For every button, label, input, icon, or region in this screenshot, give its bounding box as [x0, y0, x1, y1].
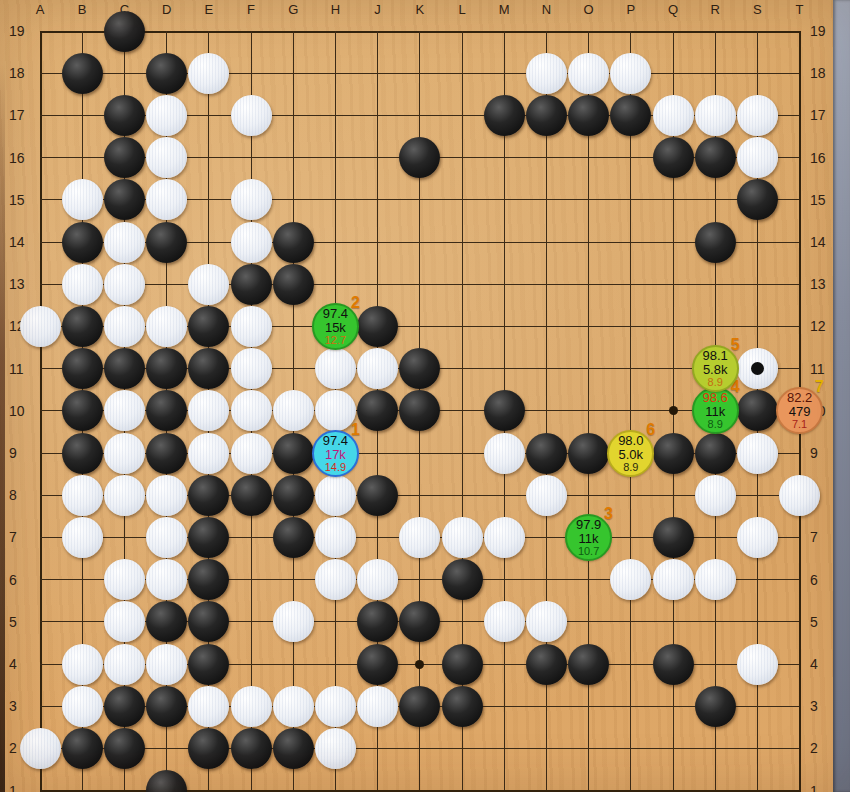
stone-black-E4[interactable] [188, 644, 229, 685]
stone-white-H2[interactable] [315, 728, 356, 769]
column-label-B: B [71, 2, 93, 17]
stone-black-Q16[interactable] [653, 137, 694, 178]
column-label-A: A [29, 2, 51, 17]
visits-value: 17k [325, 448, 346, 461]
stone-white-C13[interactable] [104, 264, 145, 305]
stone-white-J3[interactable] [357, 686, 398, 727]
stone-black-O9[interactable] [568, 433, 609, 474]
stone-black-B10[interactable] [62, 390, 103, 431]
stone-white-B13[interactable] [62, 264, 103, 305]
last-move-marker [751, 362, 764, 375]
visits-value: 5.0k [619, 448, 644, 461]
stone-white-G5[interactable] [273, 601, 314, 642]
stone-black-K11[interactable] [399, 348, 440, 389]
stone-black-B9[interactable] [62, 433, 103, 474]
stone-black-E12[interactable] [188, 306, 229, 347]
winrate-value: 98.0 [618, 434, 643, 447]
stone-white-H6[interactable] [315, 559, 356, 600]
grid-vline [630, 31, 631, 792]
column-label-G: G [282, 2, 304, 17]
stone-black-D10[interactable] [146, 390, 187, 431]
stone-white-B7[interactable] [62, 517, 103, 558]
stone-black-C19[interactable] [104, 11, 145, 52]
stone-white-D16[interactable] [146, 137, 187, 178]
stone-white-D8[interactable] [146, 475, 187, 516]
star-point-Q10 [669, 406, 678, 415]
stone-black-B14[interactable] [62, 222, 103, 263]
stone-black-F2[interactable] [231, 728, 272, 769]
visits-value: 5.8k [703, 363, 728, 376]
stone-white-H7[interactable] [315, 517, 356, 558]
stone-white-D4[interactable] [146, 644, 187, 685]
stone-black-F8[interactable] [231, 475, 272, 516]
stone-white-F3[interactable] [231, 686, 272, 727]
stone-white-F17[interactable] [231, 95, 272, 136]
stone-white-C4[interactable] [104, 644, 145, 685]
analysis-rank-6: 6 [646, 421, 655, 439]
stone-white-A2[interactable] [20, 728, 61, 769]
stone-black-G8[interactable] [273, 475, 314, 516]
row-label-left-13: 13 [9, 276, 37, 292]
analysis-rank-1: 1 [351, 421, 360, 439]
stone-white-J6[interactable] [357, 559, 398, 600]
column-label-N: N [535, 2, 557, 17]
column-label-K: K [409, 2, 431, 17]
stone-black-Q9[interactable] [653, 433, 694, 474]
stone-black-D1[interactable] [146, 770, 187, 792]
stone-white-N5[interactable] [526, 601, 567, 642]
stone-black-K5[interactable] [399, 601, 440, 642]
column-label-O: O [578, 2, 600, 17]
stone-white-H8[interactable] [315, 475, 356, 516]
stone-black-C3[interactable] [104, 686, 145, 727]
row-label-left-1: 1 [9, 783, 37, 792]
winrate-value: 82.2 [787, 391, 812, 404]
stone-black-R3[interactable] [695, 686, 736, 727]
row-label-left-3: 3 [9, 698, 37, 714]
stone-white-G10[interactable] [273, 390, 314, 431]
stone-white-D12[interactable] [146, 306, 187, 347]
column-label-Q: Q [662, 2, 684, 17]
stone-white-C9[interactable] [104, 433, 145, 474]
stone-white-L7[interactable] [442, 517, 483, 558]
stone-black-C2[interactable] [104, 728, 145, 769]
stone-white-F10[interactable] [231, 390, 272, 431]
winrate-value: 97.4 [323, 434, 348, 447]
stone-white-R17[interactable] [695, 95, 736, 136]
row-label-left-10: 10 [9, 403, 37, 419]
stone-white-A12[interactable] [20, 306, 61, 347]
column-label-S: S [746, 2, 768, 17]
analysis-rank-2: 2 [351, 294, 360, 312]
stone-white-Q6[interactable] [653, 559, 694, 600]
score-value: 10.7 [578, 546, 599, 557]
column-label-D: D [156, 2, 178, 17]
photo-left-edge [0, 0, 5, 792]
stone-white-D17[interactable] [146, 95, 187, 136]
stone-black-C16[interactable] [104, 137, 145, 178]
row-label-left-4: 4 [9, 656, 37, 672]
stone-black-L4[interactable] [442, 644, 483, 685]
stone-black-M10[interactable] [484, 390, 525, 431]
stone-white-H10[interactable] [315, 390, 356, 431]
grid-hline [40, 31, 801, 33]
stone-black-D9[interactable] [146, 433, 187, 474]
stone-white-Q17[interactable] [653, 95, 694, 136]
row-label-left-6: 6 [9, 572, 37, 588]
stone-black-G2[interactable] [273, 728, 314, 769]
stone-white-M7[interactable] [484, 517, 525, 558]
stone-white-H3[interactable] [315, 686, 356, 727]
winrate-value: 97.4 [323, 307, 348, 320]
grid-hline [40, 748, 801, 749]
stone-white-D6[interactable] [146, 559, 187, 600]
winrate-value: 97.9 [576, 518, 601, 531]
stone-white-F9[interactable] [231, 433, 272, 474]
visits-value: 15k [325, 321, 346, 334]
stone-black-J4[interactable] [357, 644, 398, 685]
stone-white-T8[interactable] [779, 475, 820, 516]
stone-white-O18[interactable] [568, 53, 609, 94]
column-label-H: H [324, 2, 346, 17]
stone-white-C5[interactable] [104, 601, 145, 642]
score-value: 8.9 [623, 462, 638, 473]
stone-white-H11[interactable] [315, 348, 356, 389]
score-value: 8.9 [708, 419, 723, 430]
stone-white-M9[interactable] [484, 433, 525, 474]
stone-white-S9[interactable] [737, 433, 778, 474]
visits-value: 11k [579, 532, 599, 545]
stone-black-J10[interactable] [357, 390, 398, 431]
stone-black-R14[interactable] [695, 222, 736, 263]
stone-black-Q7[interactable] [653, 517, 694, 558]
stone-white-K7[interactable] [399, 517, 440, 558]
stone-black-O4[interactable] [568, 644, 609, 685]
stone-white-B15[interactable] [62, 179, 103, 220]
stone-white-G3[interactable] [273, 686, 314, 727]
stone-white-S4[interactable] [737, 644, 778, 685]
stone-white-E9[interactable] [188, 433, 229, 474]
stone-black-D18[interactable] [146, 53, 187, 94]
stone-white-F14[interactable] [231, 222, 272, 263]
stone-white-C12[interactable] [104, 306, 145, 347]
stone-white-M5[interactable] [484, 601, 525, 642]
stone-white-S17[interactable] [737, 95, 778, 136]
stone-black-M17[interactable] [484, 95, 525, 136]
row-label-left-16: 16 [9, 150, 37, 166]
row-label-left-17: 17 [9, 107, 37, 123]
stone-black-K16[interactable] [399, 137, 440, 178]
analysis-rank-7: 7 [815, 378, 824, 396]
stone-white-F15[interactable] [231, 179, 272, 220]
stone-black-J8[interactable] [357, 475, 398, 516]
stone-black-R16[interactable] [695, 137, 736, 178]
winrate-value: 98.1 [703, 349, 728, 362]
stone-black-E5[interactable] [188, 601, 229, 642]
stone-black-E6[interactable] [188, 559, 229, 600]
stone-black-P17[interactable] [610, 95, 651, 136]
grid-vline [40, 31, 42, 792]
stone-white-B8[interactable] [62, 475, 103, 516]
stone-black-C11[interactable] [104, 348, 145, 389]
stone-white-P6[interactable] [610, 559, 651, 600]
stone-white-F12[interactable] [231, 306, 272, 347]
score-value: 14.9 [325, 462, 346, 473]
stone-white-C14[interactable] [104, 222, 145, 263]
stone-black-J5[interactable] [357, 601, 398, 642]
column-label-E: E [198, 2, 220, 17]
visits-value: 479 [789, 405, 811, 418]
stone-black-J12[interactable] [357, 306, 398, 347]
stone-black-D3[interactable] [146, 686, 187, 727]
stone-white-R8[interactable] [695, 475, 736, 516]
screen-bezel [833, 0, 850, 792]
stone-black-B18[interactable] [62, 53, 103, 94]
stone-black-R9[interactable] [695, 433, 736, 474]
stone-black-Q4[interactable] [653, 644, 694, 685]
row-label-left-15: 15 [9, 192, 37, 208]
stone-black-F13[interactable] [231, 264, 272, 305]
go-board[interactable]: ABCDEFGHJKLMNOPQRST191918181717161615151… [0, 0, 850, 792]
stone-white-E18[interactable] [188, 53, 229, 94]
stone-black-L3[interactable] [442, 686, 483, 727]
stone-white-C6[interactable] [104, 559, 145, 600]
star-point-K4 [415, 660, 424, 669]
stone-black-B2[interactable] [62, 728, 103, 769]
stone-white-P18[interactable] [610, 53, 651, 94]
stone-black-N9[interactable] [526, 433, 567, 474]
stone-black-D11[interactable] [146, 348, 187, 389]
stone-black-B11[interactable] [62, 348, 103, 389]
visits-value: 11k [705, 405, 725, 418]
row-label-left-14: 14 [9, 234, 37, 250]
stone-black-B12[interactable] [62, 306, 103, 347]
stone-black-K10[interactable] [399, 390, 440, 431]
row-label-left-11: 11 [9, 361, 37, 377]
stone-black-S15[interactable] [737, 179, 778, 220]
stone-white-N18[interactable] [526, 53, 567, 94]
analysis-rank-3: 3 [604, 505, 613, 523]
stone-white-S16[interactable] [737, 137, 778, 178]
stone-black-D5[interactable] [146, 601, 187, 642]
stone-white-E3[interactable] [188, 686, 229, 727]
winrate-value: 98.6 [703, 391, 728, 404]
stone-white-D15[interactable] [146, 179, 187, 220]
row-label-left-5: 5 [9, 614, 37, 630]
column-label-L: L [451, 2, 473, 17]
stone-black-N17[interactable] [526, 95, 567, 136]
stone-black-G9[interactable] [273, 433, 314, 474]
stone-black-L6[interactable] [442, 559, 483, 600]
stone-white-N8[interactable] [526, 475, 567, 516]
stone-black-G7[interactable] [273, 517, 314, 558]
stone-black-E2[interactable] [188, 728, 229, 769]
column-label-J: J [367, 2, 389, 17]
stone-white-J11[interactable] [357, 348, 398, 389]
score-value: 8.9 [708, 377, 723, 388]
column-label-P: P [620, 2, 642, 17]
go-analysis-screen: ABCDEFGHJKLMNOPQRST191918181717161615151… [0, 0, 850, 792]
column-label-M: M [493, 2, 515, 17]
row-label-left-18: 18 [9, 65, 37, 81]
row-label-left-9: 9 [9, 445, 37, 461]
stone-black-N4[interactable] [526, 644, 567, 685]
row-label-left-8: 8 [9, 487, 37, 503]
stone-black-C15[interactable] [104, 179, 145, 220]
stone-black-E7[interactable] [188, 517, 229, 558]
stone-black-D14[interactable] [146, 222, 187, 263]
stone-black-G13[interactable] [273, 264, 314, 305]
stone-black-K3[interactable] [399, 686, 440, 727]
column-label-F: F [240, 2, 262, 17]
stone-white-D7[interactable] [146, 517, 187, 558]
analysis-rank-5: 5 [731, 336, 740, 354]
stone-black-G14[interactable] [273, 222, 314, 263]
stone-white-B3[interactable] [62, 686, 103, 727]
stone-white-C8[interactable] [104, 475, 145, 516]
stone-white-C10[interactable] [104, 390, 145, 431]
row-label-left-19: 19 [9, 23, 37, 39]
stone-black-C17[interactable] [104, 95, 145, 136]
score-value: 12.7 [325, 335, 346, 346]
stone-black-E11[interactable] [188, 348, 229, 389]
row-label-left-7: 7 [9, 529, 37, 545]
grid-hline [40, 284, 801, 285]
score-value: 7.1 [792, 419, 807, 430]
stone-black-E8[interactable] [188, 475, 229, 516]
column-label-R: R [704, 2, 726, 17]
stone-white-R6[interactable] [695, 559, 736, 600]
stone-white-F11[interactable] [231, 348, 272, 389]
column-label-T: T [789, 2, 811, 17]
stone-white-E10[interactable] [188, 390, 229, 431]
stone-black-O17[interactable] [568, 95, 609, 136]
stone-white-E13[interactable] [188, 264, 229, 305]
stone-black-S10[interactable] [737, 390, 778, 431]
stone-white-S7[interactable] [737, 517, 778, 558]
stone-white-B4[interactable] [62, 644, 103, 685]
